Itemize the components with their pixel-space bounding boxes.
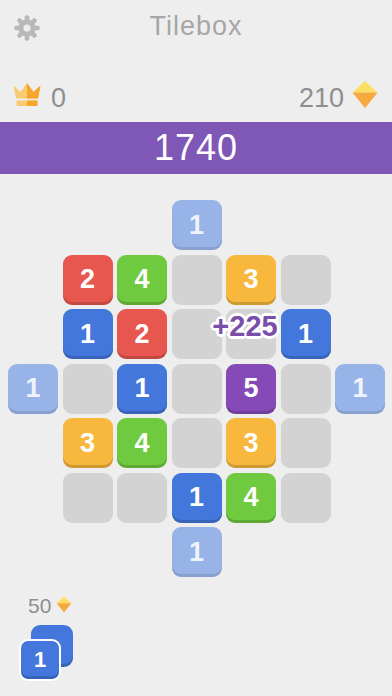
- tile-3-2[interactable]: 1: [117, 364, 167, 414]
- empty-cell-4-3[interactable]: [172, 418, 222, 468]
- gem-counter: 210: [299, 80, 379, 116]
- stats-row: 0 210: [12, 82, 379, 114]
- board: 12431211151343141: [8, 200, 385, 577]
- tile-5-4[interactable]: 4: [226, 473, 276, 523]
- empty-cell-1-5[interactable]: [281, 255, 331, 305]
- empty-cell-3-3[interactable]: [172, 364, 222, 414]
- tile-4-1[interactable]: 3: [63, 418, 113, 468]
- tile-4-4[interactable]: 3: [226, 418, 276, 468]
- tile-2-2[interactable]: 2: [117, 309, 167, 359]
- tile-2-1[interactable]: 1: [63, 309, 113, 359]
- hand-tile-stack[interactable]: 1: [19, 625, 77, 685]
- empty-cell-3-5[interactable]: [281, 364, 331, 414]
- tile-4-2[interactable]: 4: [117, 418, 167, 468]
- tile-2-5[interactable]: 1: [281, 309, 331, 359]
- empty-cell-1-3[interactable]: [172, 255, 222, 305]
- gem-icon: [351, 80, 379, 116]
- empty-cell-5-2[interactable]: [117, 473, 167, 523]
- hand-tile-front: 1: [19, 639, 61, 681]
- tile-1-1[interactable]: 2: [63, 255, 113, 305]
- incoming-tile-3-6: 1: [335, 364, 385, 414]
- cost-value: 50: [28, 594, 51, 618]
- score-value: 1740: [154, 127, 238, 169]
- crown-count: 0: [51, 83, 66, 114]
- cost-row: 50: [28, 595, 72, 617]
- gem-icon-small: [56, 594, 72, 618]
- tile-3-4[interactable]: 5: [226, 364, 276, 414]
- crown-icon: [12, 81, 42, 115]
- tile-1-2[interactable]: 4: [117, 255, 167, 305]
- incoming-tile-6-3: 1: [172, 527, 222, 577]
- incoming-tile-0-3: 1: [172, 200, 222, 250]
- hand-tile-value: 1: [34, 647, 46, 673]
- empty-cell-5-1[interactable]: [63, 473, 113, 523]
- tile-5-3[interactable]: 1: [172, 473, 222, 523]
- tile-1-4[interactable]: 3: [226, 255, 276, 305]
- empty-cell-5-5[interactable]: [281, 473, 331, 523]
- gem-count: 210: [299, 83, 344, 114]
- incoming-tile-3-0: 1: [8, 364, 58, 414]
- score-banner: 1740: [0, 122, 392, 174]
- crown-counter: 0: [12, 81, 66, 115]
- empty-cell-3-1[interactable]: [63, 364, 113, 414]
- page-title: Tilebox: [0, 11, 392, 42]
- score-popup: +225: [203, 310, 287, 343]
- empty-cell-4-5[interactable]: [281, 418, 331, 468]
- app-screen: Tilebox 0 210: [0, 0, 392, 696]
